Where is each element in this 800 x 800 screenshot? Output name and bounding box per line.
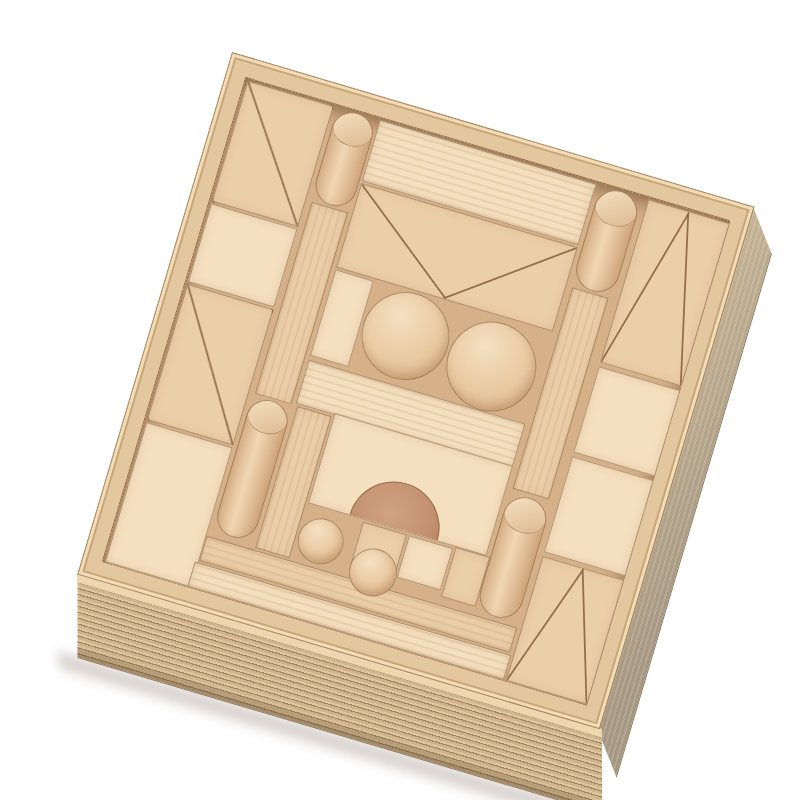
product-photo-wooden-blocks xyxy=(0,0,800,800)
wooden-tray-box xyxy=(77,52,754,729)
block-right-rect-upper xyxy=(573,366,680,476)
block-right-rect-middle xyxy=(544,456,654,576)
block-cylinder-small-left xyxy=(292,513,349,570)
cylinder-end-cap xyxy=(500,492,550,538)
cylinder-end-cap xyxy=(329,108,377,152)
cylinder-end-cap xyxy=(591,185,641,231)
